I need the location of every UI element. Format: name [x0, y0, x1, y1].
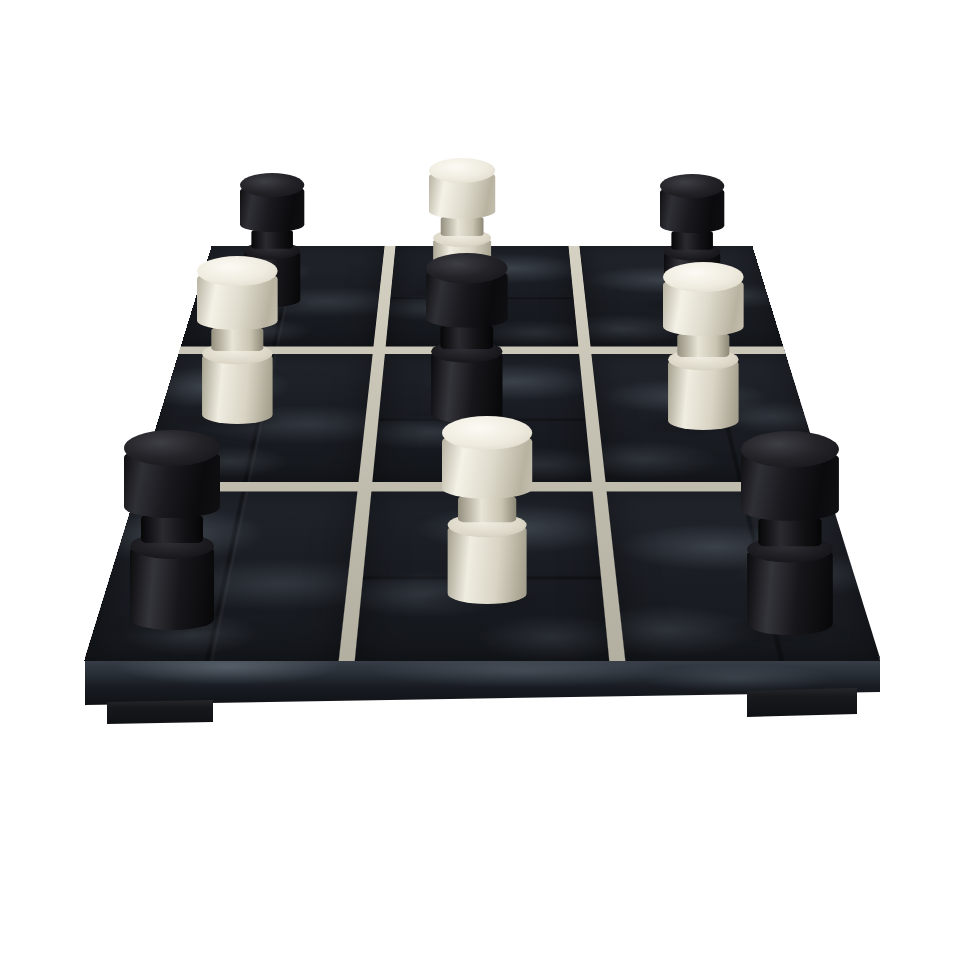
piece-neck — [671, 231, 713, 250]
piece-white-r1c0[interactable] — [197, 256, 278, 424]
piece-neck — [440, 325, 493, 349]
piece-white-r2c1[interactable] — [442, 416, 532, 604]
piece-cap-top — [663, 262, 744, 292]
piece-black-r1c1[interactable] — [426, 253, 508, 423]
board-foot-left — [107, 700, 213, 724]
piece-cap-top — [426, 253, 508, 284]
piece-neck — [211, 327, 263, 351]
piece-neck — [677, 333, 729, 357]
piece-neck — [758, 518, 821, 547]
piece-black-r2c0[interactable] — [124, 430, 220, 630]
piece-cap-top — [124, 430, 220, 466]
piece-cap-top — [197, 256, 278, 286]
piece-black-r2c2[interactable] — [741, 431, 839, 635]
piece-neck — [441, 217, 484, 236]
piece-neck — [251, 230, 293, 249]
piece-neck — [458, 496, 516, 522]
board-foot-right — [747, 688, 857, 717]
product-photo-stage — [0, 0, 960, 960]
piece-cap-top — [240, 173, 304, 197]
piece-cap-top — [429, 158, 495, 183]
piece-cap-top — [442, 416, 532, 450]
piece-cap-top — [741, 431, 839, 468]
piece-white-r1c2[interactable] — [663, 262, 744, 430]
piece-neck — [141, 515, 203, 543]
piece-cap-top — [660, 174, 724, 198]
